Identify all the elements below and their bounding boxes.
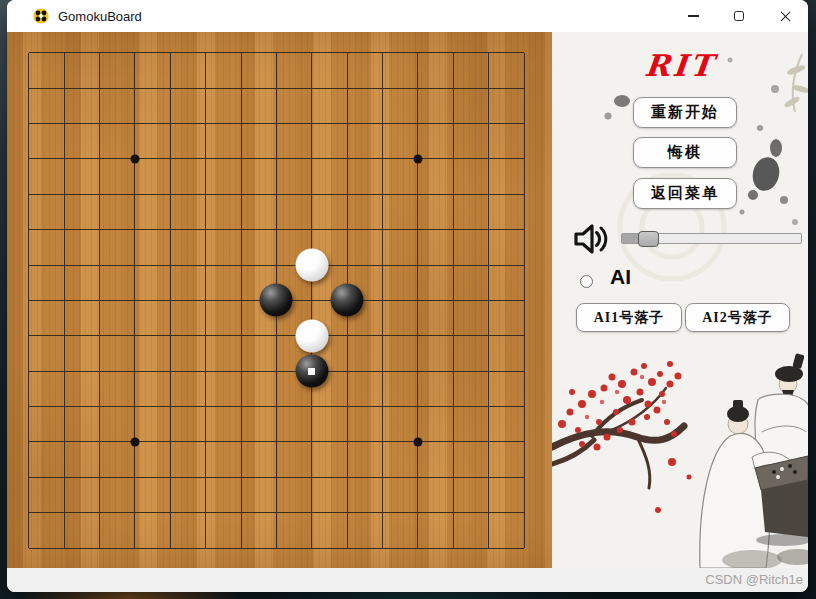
grid-line-v	[488, 389, 489, 424]
board-cell[interactable]	[82, 495, 117, 530]
grid-line-h	[29, 512, 47, 513]
board-cell[interactable]	[294, 318, 329, 353]
board-cell[interactable]	[400, 283, 435, 318]
board-cell[interactable]	[365, 530, 400, 565]
board-cell[interactable]	[330, 354, 365, 389]
board-cell[interactable]	[294, 212, 329, 247]
board-cell[interactable]	[259, 424, 294, 459]
board-cell[interactable]	[46, 424, 81, 459]
board-cell[interactable]	[46, 212, 81, 247]
grid-line-v	[311, 70, 312, 105]
board-cell[interactable]	[117, 495, 152, 530]
board-cell[interactable]	[223, 177, 258, 212]
board-cell[interactable]	[153, 424, 188, 459]
board-cell[interactable]	[188, 318, 223, 353]
board-cell[interactable]	[259, 354, 294, 389]
grid-line-v	[524, 318, 525, 353]
board-cell[interactable]	[506, 354, 541, 389]
board-cell[interactable]	[506, 212, 541, 247]
board-cell[interactable]	[188, 177, 223, 212]
board-cell[interactable]	[471, 460, 506, 495]
grid-line-v	[453, 247, 454, 282]
board-cell[interactable]	[117, 318, 152, 353]
board-cell[interactable]	[117, 70, 152, 105]
board-cell[interactable]	[330, 495, 365, 530]
board-cell[interactable]	[117, 530, 152, 565]
board-cell[interactable]	[188, 389, 223, 424]
board-cell[interactable]	[365, 141, 400, 176]
board-cell[interactable]	[400, 424, 435, 459]
board-cell[interactable]	[188, 460, 223, 495]
board-cell[interactable]	[471, 318, 506, 353]
board-cell[interactable]	[330, 424, 365, 459]
board-cell[interactable]	[223, 530, 258, 565]
board-cell[interactable]	[330, 70, 365, 105]
board-cell[interactable]	[188, 106, 223, 141]
maximize-button[interactable]	[716, 0, 762, 32]
board-cell[interactable]	[294, 424, 329, 459]
board-cell[interactable]	[259, 177, 294, 212]
board-cell[interactable]	[82, 141, 117, 176]
board-cell[interactable]	[330, 283, 365, 318]
grid-line-v	[453, 354, 454, 389]
board-cell[interactable]	[259, 283, 294, 318]
board-cell[interactable]	[188, 495, 223, 530]
board-cell[interactable]	[506, 460, 541, 495]
board-cell[interactable]	[365, 424, 400, 459]
board-cell[interactable]	[471, 35, 506, 70]
close-button[interactable]	[762, 0, 808, 32]
side-panel: RIT 重新开始 悔棋 返回菜单 AI AI1号落子 AI2号落子	[552, 32, 808, 568]
board-cell[interactable]	[471, 424, 506, 459]
board-cell[interactable]	[400, 35, 435, 70]
board-cell[interactable]	[365, 70, 400, 105]
board-cell[interactable]	[82, 354, 117, 389]
board-cell[interactable]	[153, 495, 188, 530]
board-cell[interactable]	[82, 530, 117, 565]
board-cell[interactable]	[188, 141, 223, 176]
grid-line-v	[347, 495, 348, 530]
board-cell[interactable]	[436, 389, 471, 424]
board-cell[interactable]	[436, 141, 471, 176]
board-cell[interactable]	[46, 495, 81, 530]
board-cell[interactable]	[400, 212, 435, 247]
board-cell[interactable]	[506, 424, 541, 459]
board-cell[interactable]	[82, 283, 117, 318]
board-cell[interactable]	[294, 283, 329, 318]
board-cell[interactable]	[11, 70, 46, 105]
grid-line-v	[28, 53, 29, 71]
board-cell[interactable]	[400, 354, 435, 389]
board-cell[interactable]	[506, 70, 541, 105]
board-cell[interactable]	[436, 424, 471, 459]
board-cell[interactable]	[223, 495, 258, 530]
board-cell[interactable]	[365, 177, 400, 212]
board-cell[interactable]	[471, 389, 506, 424]
volume-slider[interactable]	[621, 233, 802, 244]
board-cell[interactable]	[153, 141, 188, 176]
grid-line-v	[311, 53, 312, 71]
board-cell[interactable]	[223, 424, 258, 459]
board-cell[interactable]	[330, 460, 365, 495]
board-cell[interactable]	[471, 106, 506, 141]
last-move-marker	[308, 368, 315, 375]
board-cell[interactable]	[365, 35, 400, 70]
board-cell[interactable]	[259, 389, 294, 424]
board-cell[interactable]	[506, 247, 541, 282]
board-cell[interactable]	[82, 212, 117, 247]
grid-line-v	[134, 247, 135, 282]
board-cell[interactable]	[46, 283, 81, 318]
board-cell[interactable]	[471, 212, 506, 247]
board-cell[interactable]	[46, 141, 81, 176]
board-cell[interactable]	[471, 495, 506, 530]
board-cell[interactable]	[223, 389, 258, 424]
board-cell[interactable]	[153, 106, 188, 141]
board-cell[interactable]	[46, 106, 81, 141]
board-cell[interactable]	[188, 530, 223, 565]
board-cell[interactable]	[506, 530, 541, 565]
board-cell[interactable]	[188, 247, 223, 282]
board-cell[interactable]	[82, 460, 117, 495]
board-cell[interactable]	[153, 389, 188, 424]
board-cell[interactable]	[365, 212, 400, 247]
board-cell[interactable]	[294, 177, 329, 212]
board-cell[interactable]	[330, 530, 365, 565]
board-cell[interactable]	[471, 354, 506, 389]
grid-line-v	[241, 212, 242, 247]
board-cell[interactable]	[82, 70, 117, 105]
restart-button[interactable]: 重新开始	[633, 97, 737, 128]
board-cell[interactable]	[330, 177, 365, 212]
board-cell[interactable]	[436, 495, 471, 530]
grid-line-v	[28, 424, 29, 459]
board-cell[interactable]	[259, 247, 294, 282]
board-cell[interactable]	[400, 247, 435, 282]
board-cell[interactable]	[259, 495, 294, 530]
board-cell[interactable]	[471, 247, 506, 282]
grid-line-h	[506, 265, 524, 266]
grid-line-v	[134, 530, 135, 548]
board-cell[interactable]	[330, 212, 365, 247]
board-cell[interactable]	[259, 106, 294, 141]
grid-line-v	[170, 530, 171, 548]
board-cell[interactable]	[259, 318, 294, 353]
board-cell[interactable]	[117, 177, 152, 212]
board-cell[interactable]	[117, 212, 152, 247]
white-stone	[295, 319, 328, 352]
board-cell[interactable]	[153, 212, 188, 247]
board-cell[interactable]	[259, 35, 294, 70]
board-cell[interactable]	[294, 141, 329, 176]
board-cell[interactable]	[188, 70, 223, 105]
grid-line-v	[417, 177, 418, 212]
board-cell[interactable]	[11, 177, 46, 212]
gomoku-board[interactable]	[7, 32, 552, 568]
board-cell[interactable]	[294, 460, 329, 495]
board-cell[interactable]	[294, 247, 329, 282]
board-cell[interactable]	[436, 177, 471, 212]
board-cell[interactable]	[46, 318, 81, 353]
window-title: GomokuBoard	[58, 9, 142, 24]
board-cell[interactable]	[188, 424, 223, 459]
board-cell[interactable]	[223, 283, 258, 318]
board-cell[interactable]	[506, 141, 541, 176]
board-cell[interactable]	[117, 35, 152, 70]
grid-line-v	[524, 389, 525, 424]
board-cell[interactable]	[436, 70, 471, 105]
board-cell[interactable]	[188, 283, 223, 318]
board-cell[interactable]	[153, 177, 188, 212]
board-cell[interactable]	[294, 495, 329, 530]
board-cell[interactable]	[117, 141, 152, 176]
board-cell[interactable]	[153, 35, 188, 70]
board-cell[interactable]	[330, 389, 365, 424]
board-cell[interactable]	[82, 247, 117, 282]
black-stone	[331, 284, 364, 317]
board-cell[interactable]	[259, 212, 294, 247]
board-cell[interactable]	[188, 212, 223, 247]
grid-line-v	[170, 354, 171, 389]
board-cell[interactable]	[82, 35, 117, 70]
ai2-move-button[interactable]: AI2号落子	[685, 303, 790, 332]
board-cell[interactable]	[365, 354, 400, 389]
grid-line-v	[134, 318, 135, 353]
board-cell[interactable]	[400, 530, 435, 565]
board-cell[interactable]	[153, 354, 188, 389]
board-cell[interactable]	[11, 318, 46, 353]
board-cell[interactable]	[259, 460, 294, 495]
board-cell[interactable]	[471, 283, 506, 318]
board-cell[interactable]	[11, 495, 46, 530]
volume-slider-handle[interactable]	[638, 231, 659, 247]
grid-line-v	[382, 530, 383, 548]
board-cell[interactable]	[506, 177, 541, 212]
board-cell[interactable]	[436, 530, 471, 565]
board-cell[interactable]	[82, 106, 117, 141]
grid-line-v	[347, 141, 348, 176]
board-cell[interactable]	[330, 247, 365, 282]
board-cell[interactable]	[223, 318, 258, 353]
board-cell[interactable]	[46, 247, 81, 282]
app-window: GomokuBoard	[7, 0, 808, 592]
grid-line-h	[506, 194, 524, 195]
board-cell[interactable]	[11, 460, 46, 495]
board-cell[interactable]	[46, 530, 81, 565]
grid-line-v	[382, 354, 383, 389]
board-cell[interactable]	[11, 530, 46, 565]
grid-line-v	[28, 70, 29, 105]
board-cell[interactable]	[436, 106, 471, 141]
board-cell[interactable]	[82, 389, 117, 424]
board-cell[interactable]	[11, 247, 46, 282]
board-cell[interactable]	[294, 530, 329, 565]
grid-line-v	[241, 141, 242, 176]
grid-line-v	[170, 460, 171, 495]
board-cell[interactable]	[471, 177, 506, 212]
bottom-strip: CSDN @Ritch1e	[7, 568, 808, 592]
board-cell[interactable]	[436, 283, 471, 318]
board-cell[interactable]	[153, 530, 188, 565]
grid-line-v	[347, 177, 348, 212]
board-cell[interactable]	[294, 106, 329, 141]
board-cell[interactable]	[46, 389, 81, 424]
board-cell[interactable]	[365, 389, 400, 424]
grid-line-v	[276, 530, 277, 548]
grid-line-v	[524, 53, 525, 71]
grid-line-v	[205, 53, 206, 71]
grid-line-v	[170, 177, 171, 212]
board-cell[interactable]	[223, 106, 258, 141]
board-cell[interactable]	[400, 106, 435, 141]
board-cell[interactable]	[82, 318, 117, 353]
board-cell[interactable]	[436, 460, 471, 495]
board-cell[interactable]	[46, 354, 81, 389]
board-cell[interactable]	[223, 247, 258, 282]
board-cell[interactable]	[117, 106, 152, 141]
board-cell[interactable]	[294, 354, 329, 389]
speaker-icon[interactable]	[571, 220, 609, 258]
board-cell[interactable]	[223, 141, 258, 176]
board-cell[interactable]	[506, 495, 541, 530]
board-cell[interactable]	[11, 106, 46, 141]
board-cell[interactable]	[11, 389, 46, 424]
board-cell[interactable]	[153, 318, 188, 353]
board-cell[interactable]	[223, 354, 258, 389]
board-cell[interactable]	[506, 283, 541, 318]
board-cell[interactable]	[365, 247, 400, 282]
board-cell[interactable]	[330, 106, 365, 141]
return-menu-button[interactable]: 返回菜单	[633, 178, 737, 209]
board-cell[interactable]	[294, 389, 329, 424]
ai-radio-button[interactable]	[580, 275, 593, 288]
grid-line-v	[276, 318, 277, 353]
board-cell[interactable]	[46, 460, 81, 495]
board-cell[interactable]	[506, 389, 541, 424]
grid-line-v	[382, 247, 383, 282]
board-cell[interactable]	[400, 389, 435, 424]
grid-line-v	[134, 53, 135, 71]
board-cell[interactable]	[117, 424, 152, 459]
board-cell[interactable]	[11, 354, 46, 389]
grid-line-v	[241, 460, 242, 495]
board-cell[interactable]	[117, 460, 152, 495]
board-cell[interactable]	[400, 177, 435, 212]
board-cell[interactable]	[365, 106, 400, 141]
board-cell[interactable]	[259, 141, 294, 176]
grid-line-v	[28, 141, 29, 176]
board-cell[interactable]	[153, 70, 188, 105]
board-cell[interactable]	[223, 212, 258, 247]
board-cell[interactable]	[259, 70, 294, 105]
board-cell[interactable]	[46, 35, 81, 70]
grid-line-v	[170, 247, 171, 282]
board-cell[interactable]	[365, 318, 400, 353]
grid-line-v	[347, 318, 348, 353]
grid-line-v	[276, 424, 277, 459]
board-cell[interactable]	[46, 177, 81, 212]
board-cell[interactable]	[506, 106, 541, 141]
board-cell[interactable]	[365, 460, 400, 495]
board-cell[interactable]	[223, 460, 258, 495]
board-cell[interactable]	[436, 354, 471, 389]
grid-line-v	[488, 318, 489, 353]
board-cell[interactable]	[153, 247, 188, 282]
board-cell[interactable]	[471, 141, 506, 176]
board-cell[interactable]	[117, 283, 152, 318]
board-cell[interactable]	[365, 495, 400, 530]
board-cell[interactable]	[11, 283, 46, 318]
board-cell[interactable]	[188, 354, 223, 389]
board-cell[interactable]	[153, 460, 188, 495]
board-cell[interactable]	[330, 318, 365, 353]
board-cell[interactable]	[471, 70, 506, 105]
grid-line-v	[417, 283, 418, 318]
grid-line-h	[29, 265, 47, 266]
board-cell[interactable]	[400, 318, 435, 353]
board-cell[interactable]	[436, 212, 471, 247]
board-cell[interactable]	[330, 141, 365, 176]
board-cell[interactable]	[506, 318, 541, 353]
grid-line-v	[311, 424, 312, 459]
white-stone	[295, 249, 328, 282]
board-cell[interactable]	[11, 141, 46, 176]
board-cell[interactable]	[471, 530, 506, 565]
board-cell[interactable]	[153, 283, 188, 318]
grid-line-v	[347, 247, 348, 282]
board-cell[interactable]	[330, 35, 365, 70]
main-area: RIT 重新开始 悔棋 返回菜单 AI AI1号落子 AI2号落子	[7, 32, 808, 568]
board-cell[interactable]	[365, 283, 400, 318]
grid-line-v	[488, 530, 489, 548]
grid-line-v	[311, 389, 312, 424]
board-cell[interactable]	[294, 35, 329, 70]
board-cell[interactable]	[400, 460, 435, 495]
board-cell[interactable]	[11, 35, 46, 70]
grid-line-v	[382, 495, 383, 530]
board-cell[interactable]	[436, 35, 471, 70]
grid-line-v	[417, 106, 418, 141]
board-cell[interactable]	[11, 424, 46, 459]
board-cell[interactable]	[400, 70, 435, 105]
board-cell[interactable]	[11, 212, 46, 247]
minimize-button[interactable]	[670, 0, 716, 32]
board-cell[interactable]	[117, 389, 152, 424]
board-cell[interactable]	[400, 141, 435, 176]
grid-line-v	[64, 389, 65, 424]
board-cell[interactable]	[46, 70, 81, 105]
board-cell[interactable]	[259, 530, 294, 565]
undo-button[interactable]: 悔棋	[633, 137, 737, 168]
board-cell[interactable]	[82, 424, 117, 459]
board-cell[interactable]	[506, 35, 541, 70]
board-cell[interactable]	[117, 354, 152, 389]
board-cell[interactable]	[294, 70, 329, 105]
board-cell[interactable]	[436, 318, 471, 353]
board-cell[interactable]	[188, 35, 223, 70]
board-cell[interactable]	[117, 247, 152, 282]
grid-line-v	[524, 70, 525, 105]
grid-line-v	[99, 495, 100, 530]
ai1-move-button[interactable]: AI1号落子	[576, 303, 682, 332]
board-cell[interactable]	[223, 35, 258, 70]
board-cell[interactable]	[436, 247, 471, 282]
grid-line-v	[241, 389, 242, 424]
board-cell[interactable]	[400, 495, 435, 530]
grid-line-v	[241, 318, 242, 353]
board-cell[interactable]	[82, 177, 117, 212]
board-cell[interactable]	[223, 70, 258, 105]
